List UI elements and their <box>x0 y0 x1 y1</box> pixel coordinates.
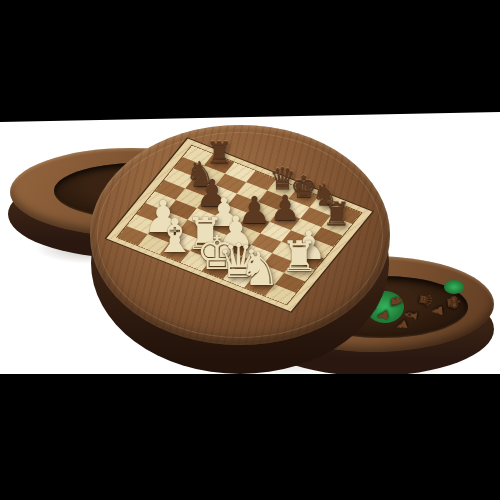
piece-white-bishop: ♝ <box>151 213 198 260</box>
piece-white-rook: ♜ <box>278 236 320 278</box>
piece-white-knight: ♞ <box>236 246 283 293</box>
right-drawer-felt-2 <box>444 280 464 294</box>
tray-piece-king: ♚ <box>443 294 464 311</box>
letterbox-top <box>0 0 500 123</box>
letterbox-bottom <box>0 374 500 500</box>
product-photo: ♞♟♝♜♛♟♞♟ ♜♟♞♝♛♟♚♟ ♜♛♚♞♜♞♟♟♟♟♟♟♜♟♜♝♚♛♞ <box>0 0 500 500</box>
